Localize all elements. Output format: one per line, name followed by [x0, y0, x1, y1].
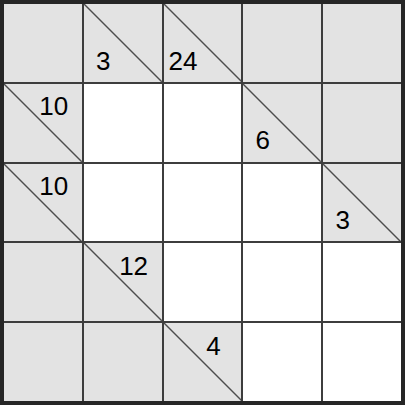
kakuro-cell-r0c4-block	[323, 4, 401, 82]
kakuro-cell-r3c4-entry[interactable]	[323, 243, 401, 321]
across-clue-label: 4	[193, 333, 233, 359]
down-clue-label: 6	[243, 127, 282, 153]
kakuro-cell-r0c1-clue: 3	[84, 4, 162, 82]
kakuro-cell-r4c4-entry[interactable]	[323, 323, 401, 401]
kakuro-cell-r2c3-entry[interactable]	[243, 164, 321, 242]
kakuro-cell-r3c2-entry[interactable]	[164, 243, 242, 321]
kakuro-cell-r0c0-block	[4, 4, 82, 82]
down-clue-label: 3	[84, 48, 123, 74]
kakuro-cell-r2c0-clue: 10	[4, 164, 82, 242]
kakuro-cell-r2c2-entry[interactable]	[164, 164, 242, 242]
kakuro-cell-r4c3-entry[interactable]	[243, 323, 321, 401]
kakuro-cell-r3c3-entry[interactable]	[243, 243, 321, 321]
kakuro-cell-r4c2-clue: 4	[164, 323, 242, 401]
across-clue-label: 10	[34, 93, 74, 119]
down-clue-label: 3	[323, 207, 362, 233]
kakuro-cell-r0c3-block	[243, 4, 321, 82]
kakuro-cell-r1c1-entry[interactable]	[84, 84, 162, 162]
across-clue-label: 12	[113, 253, 153, 279]
kakuro-cell-r0c2-clue: 24	[164, 4, 242, 82]
kakuro-board: 324106103124	[0, 0, 405, 405]
kakuro-cell-r3c0-block	[4, 243, 82, 321]
kakuro-cell-r1c2-entry[interactable]	[164, 84, 242, 162]
across-clue-label: 10	[34, 173, 74, 199]
down-clue-label: 24	[164, 48, 203, 74]
kakuro-cell-r4c1-block	[84, 323, 162, 401]
kakuro-cell-r3c1-clue: 12	[84, 243, 162, 321]
kakuro-cell-r2c4-clue: 3	[323, 164, 401, 242]
kakuro-cell-r1c4-block	[323, 84, 401, 162]
kakuro-cell-r4c0-block	[4, 323, 82, 401]
kakuro-cell-r1c3-clue: 6	[243, 84, 321, 162]
kakuro-cell-r2c1-entry[interactable]	[84, 164, 162, 242]
kakuro-cell-r1c0-clue: 10	[4, 84, 82, 162]
